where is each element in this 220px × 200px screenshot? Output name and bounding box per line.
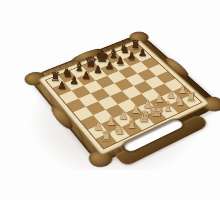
product-photo: ♜♞♝♛♚♝♞♜♟♟♟♟♟♟♟♟♟♟♟♟♟♟♟♟♜♞♝♛♚♝♞♜ (0, 0, 220, 200)
